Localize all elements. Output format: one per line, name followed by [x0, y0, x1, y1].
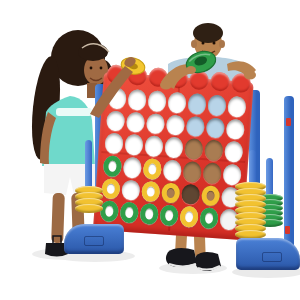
players-front-layer — [0, 0, 300, 300]
boy-fingers-on-disc — [186, 66, 196, 74]
boy-right-hand — [244, 71, 256, 80]
boy-right-arm — [227, 61, 256, 79]
boy-left-hand — [160, 81, 172, 90]
girl-extended-arm — [90, 55, 137, 118]
giant-connect-four-product-photo — [0, 0, 300, 300]
